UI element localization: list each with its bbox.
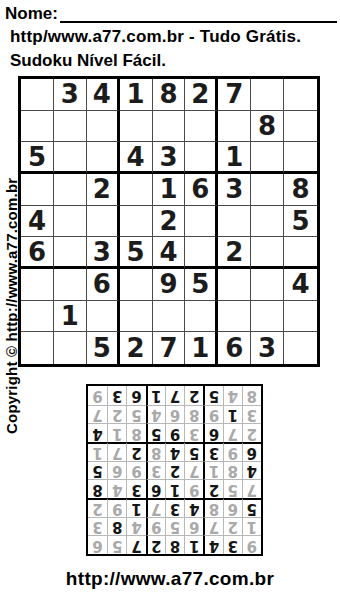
- sudoku-cell-r7c4[interactable]: [120, 269, 153, 301]
- sudoku-cell-r2c9[interactable]: [284, 111, 317, 143]
- sudoku-cell-r9c5: 7: [153, 332, 186, 364]
- sudoku-cell-r3c6[interactable]: [185, 142, 218, 174]
- solution-cell-r8c6: 4: [146, 405, 165, 424]
- sudoku-cell-r1c9[interactable]: [284, 79, 317, 111]
- solution-cell-r2c9: 3: [88, 517, 107, 536]
- sudoku-cell-r8c7[interactable]: [218, 301, 251, 333]
- solution-cell-r8c9: 7: [88, 405, 107, 424]
- solution-cell-r6c2: 9: [223, 442, 242, 461]
- sudoku-cell-r7c5: 9: [153, 269, 186, 301]
- sudoku-cell-r8c4[interactable]: [120, 301, 153, 333]
- solution-cell-r6c5: 4: [165, 442, 184, 461]
- solution-cell-r2c7: 4: [126, 517, 145, 536]
- sudoku-cell-r4c9: 8: [284, 174, 317, 206]
- sudoku-cell-r3c1: 5: [21, 142, 54, 174]
- page-title: Sudoku Nível Fácil.: [10, 51, 166, 71]
- solution-cell-r3c7: 1: [126, 498, 145, 517]
- sudoku-cell-r5c9: 5: [284, 206, 317, 238]
- solution-cell-r5c1: 4: [242, 461, 261, 480]
- sudoku-cell-r1c8[interactable]: [251, 79, 284, 111]
- solution-cell-r2c6: 9: [146, 517, 165, 536]
- sudoku-cell-r4c3: 2: [87, 174, 120, 206]
- sudoku-cell-r1c7: 7: [218, 79, 251, 111]
- sudoku-cell-r5c2[interactable]: [54, 206, 87, 238]
- sudoku-cell-r5c5: 2: [153, 206, 186, 238]
- solution-cell-r8c7: 5: [126, 405, 145, 424]
- sudoku-cell-r7c6: 5: [185, 269, 218, 301]
- solution-cell-r9c6: 1: [146, 386, 165, 405]
- sudoku-cell-r9c2[interactable]: [54, 332, 87, 364]
- solution-cell-r5c8: 6: [107, 461, 126, 480]
- sudoku-cell-r5c8[interactable]: [251, 206, 284, 238]
- sudoku-cell-r9c6: 1: [185, 332, 218, 364]
- sudoku-cell-r6c6[interactable]: [185, 237, 218, 269]
- solution-cell-r9c2: 4: [223, 386, 242, 405]
- sudoku-cell-r5c7[interactable]: [218, 206, 251, 238]
- solution-cell-r9c1: 8: [242, 386, 261, 405]
- solution-cell-r3c1: 5: [242, 498, 261, 517]
- sudoku-cell-r9c1[interactable]: [21, 332, 54, 364]
- sudoku-cell-r5c1: 4: [21, 206, 54, 238]
- solution-cell-r7c6: 5: [146, 423, 165, 442]
- solution-cell-r7c9: 4: [88, 423, 107, 442]
- footer-url: http://www.a77.com.br: [0, 568, 340, 590]
- sudoku-cell-r2c3[interactable]: [87, 111, 120, 143]
- sudoku-cell-r8c6[interactable]: [185, 301, 218, 333]
- sudoku-cell-r8c2: 1: [54, 301, 87, 333]
- sudoku-cell-r9c4: 2: [120, 332, 153, 364]
- solution-cell-r4c9: 8: [88, 479, 107, 498]
- solution-cell-r2c4: 6: [184, 517, 203, 536]
- sudoku-cell-r4c2[interactable]: [54, 174, 87, 206]
- solution-cell-r9c5: 7: [165, 386, 184, 405]
- sudoku-cell-r4c5: 1: [153, 174, 186, 206]
- sudoku-cell-r6c9[interactable]: [284, 237, 317, 269]
- solution-cell-r7c1: 2: [242, 423, 261, 442]
- solution-cell-r7c7: 8: [126, 423, 145, 442]
- sudoku-cell-r7c3: 6: [87, 269, 120, 301]
- solution-cell-r1c6: 2: [146, 535, 165, 554]
- sudoku-cell-r2c4[interactable]: [120, 111, 153, 143]
- solution-cell-r9c3: 5: [203, 386, 222, 405]
- sudoku-cell-r7c7[interactable]: [218, 269, 251, 301]
- sudoku-cell-r8c9[interactable]: [284, 301, 317, 333]
- solution-cell-r5c5: 2: [165, 461, 184, 480]
- solution-cell-r8c8: 2: [107, 405, 126, 424]
- sudoku-cell-r6c8[interactable]: [251, 237, 284, 269]
- copyright-vertical-text: Copyright © http://www.a77.com.br: [3, 178, 20, 434]
- sudoku-cell-r1c5: 8: [153, 79, 186, 111]
- solution-cell-r3c9: 2: [88, 498, 107, 517]
- solution-cell-r6c1: 6: [242, 442, 261, 461]
- solution-cell-r5c2: 8: [223, 461, 242, 480]
- sudoku-cell-r3c9[interactable]: [284, 142, 317, 174]
- sudoku-cell-r8c5[interactable]: [153, 301, 186, 333]
- sudoku-cell-r1c4: 1: [120, 79, 153, 111]
- sudoku-cell-r9c7: 6: [218, 332, 251, 364]
- solution-cell-r1c4: 1: [184, 535, 203, 554]
- solution-cell-r9c7: 6: [126, 386, 145, 405]
- solution-cell-r7c4: 3: [184, 423, 203, 442]
- sudoku-cell-r3c8[interactable]: [251, 142, 284, 174]
- solution-cell-r1c5: 8: [165, 535, 184, 554]
- solution-cell-r1c1: 9: [242, 535, 261, 554]
- sudoku-cell-r2c7[interactable]: [218, 111, 251, 143]
- sudoku-cell-r4c6: 6: [185, 174, 218, 206]
- solution-cell-r3c2: 6: [223, 498, 242, 517]
- solution-cell-r3c6: 7: [146, 498, 165, 517]
- solution-cell-r4c3: 2: [203, 479, 222, 498]
- solution-cell-r4c2: 5: [223, 479, 242, 498]
- solution-grid: 9341827561276594835684371927529163484817…: [86, 384, 263, 556]
- sudoku-cell-r9c8: 3: [251, 332, 284, 364]
- sudoku-cell-r6c4: 5: [120, 237, 153, 269]
- solution-cell-r5c4: 7: [184, 461, 203, 480]
- name-row: Nome:: [5, 3, 337, 23]
- sudoku-cell-r2c5[interactable]: [153, 111, 186, 143]
- solution-cell-r2c8: 8: [107, 517, 126, 536]
- sudoku-cell-r6c7: 2: [218, 237, 251, 269]
- solution-cell-r7c2: 7: [223, 423, 242, 442]
- sudoku-cell-r7c1[interactable]: [21, 269, 54, 301]
- solution-cell-r3c4: 4: [184, 498, 203, 517]
- solution-cell-r3c3: 8: [203, 498, 222, 517]
- sudoku-cell-r2c8: 8: [251, 111, 284, 143]
- sudoku-cell-r3c7: 1: [218, 142, 251, 174]
- solution-cell-r7c8: 1: [107, 423, 126, 442]
- solution-cell-r7c5: 9: [165, 423, 184, 442]
- solution-cell-r5c9: 5: [88, 461, 107, 480]
- solution-cell-r6c7: 2: [126, 442, 145, 461]
- sudoku-cell-r8c8[interactable]: [251, 301, 284, 333]
- sudoku-cell-r3c5: 3: [153, 142, 186, 174]
- sudoku-cell-r4c8[interactable]: [251, 174, 284, 206]
- sudoku-cell-r4c7: 3: [218, 174, 251, 206]
- name-blank-line: [60, 3, 337, 23]
- sudoku-cell-r6c2[interactable]: [54, 237, 87, 269]
- name-label: Nome:: [5, 4, 58, 23]
- solution-cell-r8c4: 8: [184, 405, 203, 424]
- solution-cell-r6c3: 3: [203, 442, 222, 461]
- solution-cell-r2c2: 2: [223, 517, 242, 536]
- solution-cell-r4c5: 1: [165, 479, 184, 498]
- solution-cell-r8c3: 9: [203, 405, 222, 424]
- solution-cell-r8c2: 1: [223, 405, 242, 424]
- solution-cell-r6c8: 7: [107, 442, 126, 461]
- solution-cell-r4c7: 3: [126, 479, 145, 498]
- solution-cell-r1c8: 5: [107, 535, 126, 554]
- solution-cell-r8c5: 6: [165, 405, 184, 424]
- solution-cell-r9c8: 3: [107, 386, 126, 405]
- sudoku-cell-r8c1[interactable]: [21, 301, 54, 333]
- solution-cell-r5c7: 9: [126, 461, 145, 480]
- sudoku-cell-r7c9: 4: [284, 269, 317, 301]
- solution-cell-r2c1: 1: [242, 517, 261, 536]
- sudoku-cell-r1c1[interactable]: [21, 79, 54, 111]
- solution-cell-r4c8: 4: [107, 479, 126, 498]
- sudoku-cell-r1c2: 3: [54, 79, 87, 111]
- solution-cell-r4c6: 6: [146, 479, 165, 498]
- sudoku-cell-r2c6[interactable]: [185, 111, 218, 143]
- sudoku-cell-r5c3[interactable]: [87, 206, 120, 238]
- solution-cell-r7c3: 6: [203, 423, 222, 442]
- solution-cell-r6c9: 1: [88, 442, 107, 461]
- solution-cell-r4c1: 7: [242, 479, 261, 498]
- sudoku-cell-r3c4: 4: [120, 142, 153, 174]
- site-headline: http/www.a77.com.br - Tudo Grátis.: [10, 27, 301, 47]
- solution-cell-r6c4: 5: [184, 442, 203, 461]
- solution-cell-r8c1: 3: [242, 405, 261, 424]
- sudoku-cell-r3c2[interactable]: [54, 142, 87, 174]
- sudoku-cell-r6c1: 6: [21, 237, 54, 269]
- sudoku-cell-r3c3[interactable]: [87, 142, 120, 174]
- sudoku-cell-r4c4[interactable]: [120, 174, 153, 206]
- sudoku-cell-r1c6: 2: [185, 79, 218, 111]
- sudoku-cell-r7c2[interactable]: [54, 269, 87, 301]
- solution-cell-r9c9: 9: [88, 386, 107, 405]
- solution-cell-r2c5: 5: [165, 517, 184, 536]
- sudoku-cell-r4c1[interactable]: [21, 174, 54, 206]
- sudoku-cell-r2c2[interactable]: [54, 111, 87, 143]
- solution-cell-r1c9: 6: [88, 535, 107, 554]
- solution-cell-r5c3: 1: [203, 461, 222, 480]
- solution-cell-r9c4: 2: [184, 386, 203, 405]
- sudoku-cell-r6c5: 4: [153, 237, 186, 269]
- solution-cell-r6c6: 8: [146, 442, 165, 461]
- solution-cell-r3c5: 3: [165, 498, 184, 517]
- sudoku-grid: 34182785431216384256354269541527163: [18, 76, 320, 367]
- solution-cell-r1c7: 7: [126, 535, 145, 554]
- solution-cell-r1c3: 4: [203, 535, 222, 554]
- solution-cell-r4c4: 9: [184, 479, 203, 498]
- sudoku-sheet: Nome: http/www.a77.com.br - Tudo Grátis.…: [0, 0, 340, 596]
- solution-cell-r1c2: 3: [223, 535, 242, 554]
- solution-cell-r2c3: 7: [203, 517, 222, 536]
- sudoku-cell-r9c9[interactable]: [284, 332, 317, 364]
- sudoku-cell-r7c8[interactable]: [251, 269, 284, 301]
- sudoku-cell-r9c3: 5: [87, 332, 120, 364]
- sudoku-cell-r5c6[interactable]: [185, 206, 218, 238]
- solution-cell-r3c8: 9: [107, 498, 126, 517]
- sudoku-cell-r6c3: 3: [87, 237, 120, 269]
- sudoku-cell-r5c4[interactable]: [120, 206, 153, 238]
- sudoku-cell-r1c3: 4: [87, 79, 120, 111]
- solution-cell-r5c6: 3: [146, 461, 165, 480]
- sudoku-cell-r2c1[interactable]: [21, 111, 54, 143]
- sudoku-cell-r8c3[interactable]: [87, 301, 120, 333]
